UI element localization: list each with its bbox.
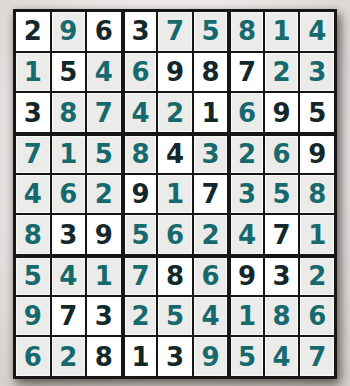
cell-r5c7[interactable]: 3 (229, 175, 263, 214)
cell-r7c4[interactable]: 7 (123, 256, 157, 295)
cell-r4c3[interactable]: 5 (87, 134, 121, 173)
cell-r1c6[interactable]: 5 (194, 12, 228, 51)
cell-r9c3[interactable]: 8 (87, 337, 121, 376)
cell-r6c7[interactable]: 4 (229, 215, 263, 254)
sudoku-board: 2963758141546987233874216957158432694629… (13, 9, 337, 379)
cell-r8c7[interactable]: 1 (229, 297, 263, 336)
cell-r6c8[interactable]: 7 (265, 215, 299, 254)
cell-r6c5[interactable]: 6 (158, 215, 192, 254)
cell-r3c7[interactable]: 6 (229, 93, 263, 132)
cell-r9c7[interactable]: 5 (229, 337, 263, 376)
cell-r3c1[interactable]: 3 (16, 93, 50, 132)
cell-r4c2[interactable]: 1 (52, 134, 86, 173)
cell-r1c5[interactable]: 7 (158, 12, 192, 51)
cell-r3c9[interactable]: 5 (300, 93, 334, 132)
cell-r3c3[interactable]: 7 (87, 93, 121, 132)
cell-r2c4[interactable]: 6 (123, 53, 157, 92)
cell-r1c4[interactable]: 3 (123, 12, 157, 51)
cell-r9c9[interactable]: 7 (300, 337, 334, 376)
cell-r9c2[interactable]: 2 (52, 337, 86, 376)
cell-r2c9[interactable]: 3 (300, 53, 334, 92)
cell-r6c6[interactable]: 2 (194, 215, 228, 254)
cell-r5c6[interactable]: 7 (194, 175, 228, 214)
cell-r4c5[interactable]: 4 (158, 134, 192, 173)
cell-r6c2[interactable]: 3 (52, 215, 86, 254)
cell-r1c1[interactable]: 2 (16, 12, 50, 51)
cell-r2c6[interactable]: 8 (194, 53, 228, 92)
cell-r9c6[interactable]: 9 (194, 337, 228, 376)
cell-r5c2[interactable]: 6 (52, 175, 86, 214)
cell-r9c5[interactable]: 3 (158, 337, 192, 376)
cell-r6c4[interactable]: 5 (123, 215, 157, 254)
cell-r1c8[interactable]: 1 (265, 12, 299, 51)
cell-r6c1[interactable]: 8 (16, 215, 50, 254)
cell-r6c9[interactable]: 1 (300, 215, 334, 254)
cell-r4c8[interactable]: 6 (265, 134, 299, 173)
cell-r8c2[interactable]: 7 (52, 297, 86, 336)
cell-r3c5[interactable]: 2 (158, 93, 192, 132)
cell-r9c1[interactable]: 6 (16, 337, 50, 376)
cell-r8c9[interactable]: 6 (300, 297, 334, 336)
cell-r7c8[interactable]: 3 (265, 256, 299, 295)
cell-r1c9[interactable]: 4 (300, 12, 334, 51)
cell-r2c8[interactable]: 2 (265, 53, 299, 92)
cell-r4c7[interactable]: 2 (229, 134, 263, 173)
cell-r7c6[interactable]: 6 (194, 256, 228, 295)
cell-r4c6[interactable]: 3 (194, 134, 228, 173)
cell-r8c3[interactable]: 3 (87, 297, 121, 336)
cell-r5c3[interactable]: 2 (87, 175, 121, 214)
cell-r5c4[interactable]: 9 (123, 175, 157, 214)
cell-r7c5[interactable]: 8 (158, 256, 192, 295)
cell-r1c2[interactable]: 9 (52, 12, 86, 51)
cell-r5c1[interactable]: 4 (16, 175, 50, 214)
cell-r3c6[interactable]: 1 (194, 93, 228, 132)
cell-r4c9[interactable]: 9 (300, 134, 334, 173)
cell-r7c9[interactable]: 2 (300, 256, 334, 295)
cell-r1c7[interactable]: 8 (229, 12, 263, 51)
cell-r8c6[interactable]: 4 (194, 297, 228, 336)
cell-r5c9[interactable]: 8 (300, 175, 334, 214)
cell-r8c5[interactable]: 5 (158, 297, 192, 336)
cell-r9c4[interactable]: 1 (123, 337, 157, 376)
cell-r8c1[interactable]: 9 (16, 297, 50, 336)
cell-r7c3[interactable]: 1 (87, 256, 121, 295)
cell-r3c8[interactable]: 9 (265, 93, 299, 132)
cell-r3c4[interactable]: 4 (123, 93, 157, 132)
cell-r7c1[interactable]: 5 (16, 256, 50, 295)
cell-r3c2[interactable]: 8 (52, 93, 86, 132)
cell-r4c4[interactable]: 8 (123, 134, 157, 173)
cell-r2c7[interactable]: 7 (229, 53, 263, 92)
cell-r2c5[interactable]: 9 (158, 53, 192, 92)
cell-r8c4[interactable]: 2 (123, 297, 157, 336)
cell-r8c8[interactable]: 8 (265, 297, 299, 336)
cell-r2c2[interactable]: 5 (52, 53, 86, 92)
cell-r5c8[interactable]: 5 (265, 175, 299, 214)
cell-r4c1[interactable]: 7 (16, 134, 50, 173)
cell-r9c8[interactable]: 4 (265, 337, 299, 376)
cell-r1c3[interactable]: 6 (87, 12, 121, 51)
cell-r2c1[interactable]: 1 (16, 53, 50, 92)
cell-r5c5[interactable]: 1 (158, 175, 192, 214)
cell-r7c7[interactable]: 9 (229, 256, 263, 295)
cell-r2c3[interactable]: 4 (87, 53, 121, 92)
cell-r7c2[interactable]: 4 (52, 256, 86, 295)
cell-r6c3[interactable]: 9 (87, 215, 121, 254)
